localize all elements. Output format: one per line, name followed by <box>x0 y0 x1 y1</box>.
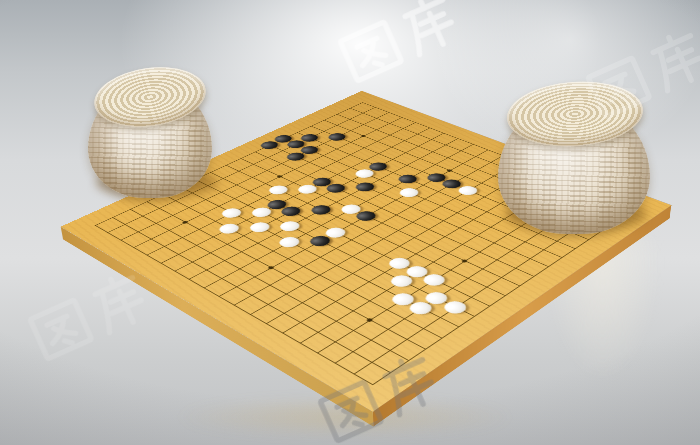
white-stone[interactable] <box>246 221 273 235</box>
grid-line-vertical <box>146 201 425 349</box>
white-stone[interactable] <box>276 219 303 233</box>
grid-line-vertical <box>195 179 475 316</box>
white-stone[interactable] <box>402 264 431 280</box>
grid-line-horizontal <box>203 144 473 288</box>
star-point <box>366 318 374 323</box>
white-stone[interactable] <box>275 235 303 249</box>
star-point <box>461 259 469 263</box>
white-stone[interactable] <box>420 272 449 288</box>
star-point <box>182 221 189 225</box>
black-stone[interactable] <box>306 234 334 248</box>
grid-line-horizontal <box>218 150 488 297</box>
go-photo-scene <box>0 0 700 445</box>
go-bowl-left <box>88 68 212 198</box>
grid-line-vertical <box>129 209 408 361</box>
white-stone[interactable] <box>216 222 243 236</box>
star-point <box>267 266 275 270</box>
white-stone[interactable] <box>387 273 416 289</box>
grid-line-vertical <box>210 172 490 306</box>
white-stone[interactable] <box>386 256 415 271</box>
white-stone[interactable] <box>405 300 436 317</box>
white-stone[interactable] <box>422 290 452 307</box>
grid-line-vertical <box>240 158 519 286</box>
white-stone[interactable] <box>322 226 349 240</box>
white-stone[interactable] <box>440 299 471 316</box>
white-stone[interactable] <box>388 291 418 308</box>
